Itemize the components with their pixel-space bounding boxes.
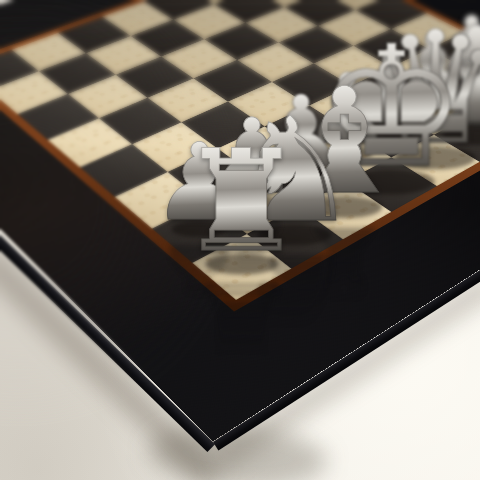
chessboard (0, 0, 480, 442)
chess-photo-scene: ♜♜♞♞♝♝♚♛♝♞♜♟♟♟♟♟♟♟♟♟♟ (0, 0, 480, 480)
board-shadow-corner (146, 420, 330, 480)
